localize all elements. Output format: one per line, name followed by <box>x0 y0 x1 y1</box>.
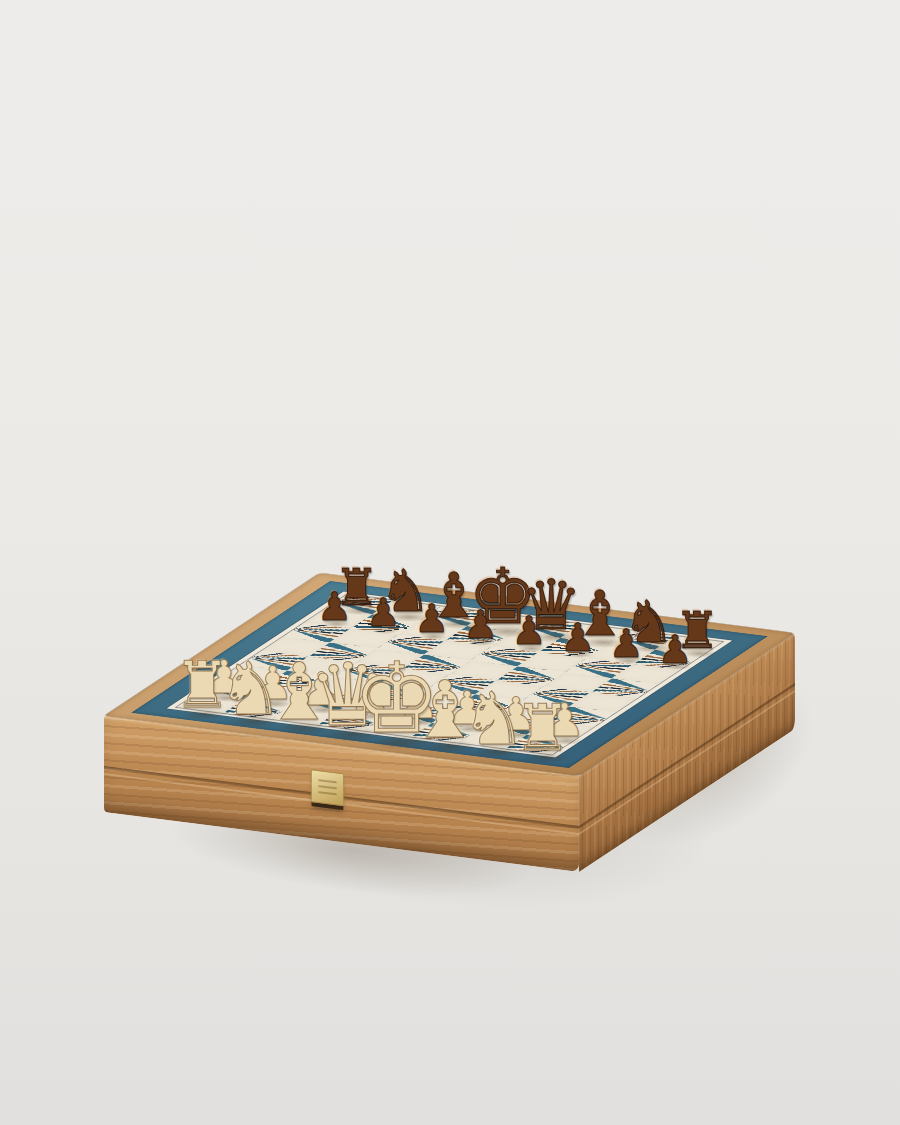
clasp-engraving-line <box>318 785 337 789</box>
pieces-layer: ♜♞♝♚♛♝♞♜♟♟♟♟♟♟♟♟♟♟♟♟♟♟♟♟♜♞♝♛♚♝♞♜ <box>0 0 900 1125</box>
clasp-engraving-line <box>318 791 337 795</box>
product-photo-scene: ♜♞♝♚♛♝♞♜♟♟♟♟♟♟♟♟♟♟♟♟♟♟♟♟♜♞♝♛♚♝♞♜ <box>0 0 900 1125</box>
board-grid <box>176 594 723 755</box>
clasp-engraving-line <box>318 779 337 783</box>
brass-clasp <box>311 769 345 806</box>
